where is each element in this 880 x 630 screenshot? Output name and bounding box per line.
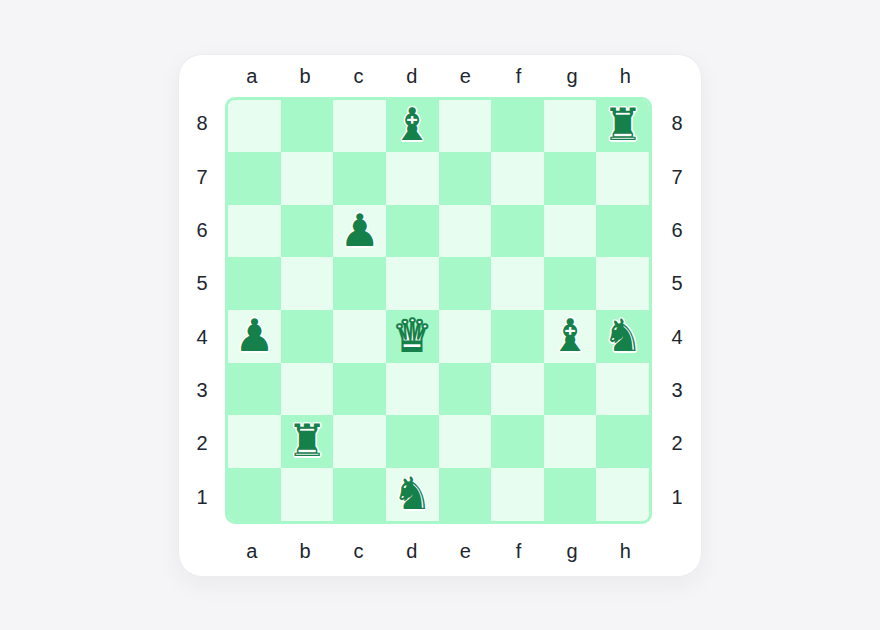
square-f1[interactable] bbox=[491, 468, 544, 521]
square-e5[interactable] bbox=[439, 257, 492, 310]
rank-label-6-right: 6 bbox=[652, 203, 702, 256]
square-f3[interactable] bbox=[491, 363, 544, 416]
square-f5[interactable] bbox=[491, 257, 544, 310]
rank-label-7-right: 7 bbox=[652, 150, 702, 203]
piece-black-bishop-g4[interactable]: ♝ bbox=[550, 313, 590, 358]
rank-label-3-right: 3 bbox=[652, 363, 702, 416]
rank-label-1-right: 1 bbox=[652, 470, 702, 523]
square-d7[interactable] bbox=[386, 152, 439, 205]
piece-black-rook-h8[interactable]: ♜ bbox=[603, 102, 643, 147]
file-label-h-top: h bbox=[599, 55, 652, 97]
square-h2[interactable] bbox=[596, 415, 649, 468]
square-h5[interactable] bbox=[596, 257, 649, 310]
piece-black-pawn-a4[interactable]: ♟ bbox=[234, 313, 274, 358]
piece-black-rook-b2[interactable]: ♜ bbox=[287, 418, 327, 463]
square-b5[interactable] bbox=[281, 257, 334, 310]
square-f2[interactable] bbox=[491, 415, 544, 468]
square-a1[interactable] bbox=[228, 468, 281, 521]
square-a6[interactable] bbox=[228, 205, 281, 258]
file-label-g-bottom: g bbox=[545, 524, 598, 578]
rank-label-4-left: 4 bbox=[179, 310, 225, 363]
square-a3[interactable] bbox=[228, 363, 281, 416]
square-g5[interactable] bbox=[544, 257, 597, 310]
square-d1[interactable]: ♞ bbox=[386, 468, 439, 521]
square-f7[interactable] bbox=[491, 152, 544, 205]
square-b3[interactable] bbox=[281, 363, 334, 416]
rank-label-8-right: 8 bbox=[652, 97, 702, 150]
chess-board-card: abcdefgh 87654321 ♝♜♟♟♛♝♞♜♞ 87654321 abc… bbox=[178, 54, 702, 577]
square-d5[interactable] bbox=[386, 257, 439, 310]
square-h4[interactable]: ♞ bbox=[596, 310, 649, 363]
square-e6[interactable] bbox=[439, 205, 492, 258]
square-h7[interactable] bbox=[596, 152, 649, 205]
square-e2[interactable] bbox=[439, 415, 492, 468]
rank-label-1-left: 1 bbox=[179, 470, 225, 523]
square-e3[interactable] bbox=[439, 363, 492, 416]
file-label-f-top: f bbox=[492, 55, 545, 97]
square-g3[interactable] bbox=[544, 363, 597, 416]
square-a4[interactable]: ♟ bbox=[228, 310, 281, 363]
piece-black-pawn-c6[interactable]: ♟ bbox=[339, 208, 379, 253]
square-d8[interactable]: ♝ bbox=[386, 100, 439, 153]
file-labels-top: abcdefgh bbox=[225, 55, 652, 97]
piece-black-knight-h4[interactable]: ♞ bbox=[603, 313, 643, 358]
rank-label-7-left: 7 bbox=[179, 150, 225, 203]
rank-label-5-left: 5 bbox=[179, 257, 225, 310]
square-e8[interactable] bbox=[439, 100, 492, 153]
square-b1[interactable] bbox=[281, 468, 334, 521]
square-b6[interactable] bbox=[281, 205, 334, 258]
piece-white-queen-d4[interactable]: ♛ bbox=[392, 313, 432, 358]
square-b7[interactable] bbox=[281, 152, 334, 205]
square-g4[interactable]: ♝ bbox=[544, 310, 597, 363]
square-d6[interactable] bbox=[386, 205, 439, 258]
square-c1[interactable] bbox=[333, 468, 386, 521]
file-label-e-bottom: e bbox=[439, 524, 492, 578]
rank-label-3-left: 3 bbox=[179, 363, 225, 416]
square-c4[interactable] bbox=[333, 310, 386, 363]
file-labels-bottom: abcdefgh bbox=[225, 524, 652, 578]
rank-label-2-left: 2 bbox=[179, 417, 225, 470]
square-h6[interactable] bbox=[596, 205, 649, 258]
rank-label-6-left: 6 bbox=[179, 203, 225, 256]
file-label-a-top: a bbox=[225, 55, 278, 97]
rank-labels-right: 87654321 bbox=[652, 97, 702, 524]
file-label-f-bottom: f bbox=[492, 524, 545, 578]
square-b8[interactable] bbox=[281, 100, 334, 153]
square-c8[interactable] bbox=[333, 100, 386, 153]
rank-label-8-left: 8 bbox=[179, 97, 225, 150]
square-g1[interactable] bbox=[544, 468, 597, 521]
rank-label-4-right: 4 bbox=[652, 310, 702, 363]
rank-labels-left: 87654321 bbox=[179, 97, 225, 524]
square-a8[interactable] bbox=[228, 100, 281, 153]
square-b2[interactable]: ♜ bbox=[281, 415, 334, 468]
square-h1[interactable] bbox=[596, 468, 649, 521]
square-e7[interactable] bbox=[439, 152, 492, 205]
piece-black-bishop-d8[interactable]: ♝ bbox=[392, 102, 432, 147]
file-label-e-top: e bbox=[439, 55, 492, 97]
file-label-d-top: d bbox=[385, 55, 438, 97]
square-a7[interactable] bbox=[228, 152, 281, 205]
square-d2[interactable] bbox=[386, 415, 439, 468]
rank-label-5-right: 5 bbox=[652, 257, 702, 310]
square-g8[interactable] bbox=[544, 100, 597, 153]
square-d3[interactable] bbox=[386, 363, 439, 416]
square-c5[interactable] bbox=[333, 257, 386, 310]
square-h8[interactable]: ♜ bbox=[596, 100, 649, 153]
chess-board: ♝♜♟♟♛♝♞♜♞ bbox=[225, 97, 652, 524]
file-label-b-bottom: b bbox=[278, 524, 331, 578]
square-c6[interactable]: ♟ bbox=[333, 205, 386, 258]
square-g6[interactable] bbox=[544, 205, 597, 258]
file-label-g-top: g bbox=[545, 55, 598, 97]
square-b4[interactable] bbox=[281, 310, 334, 363]
file-label-h-bottom: h bbox=[599, 524, 652, 578]
square-g7[interactable] bbox=[544, 152, 597, 205]
rank-label-2-right: 2 bbox=[652, 417, 702, 470]
file-label-c-top: c bbox=[332, 55, 385, 97]
piece-black-knight-d1[interactable]: ♞ bbox=[392, 471, 432, 516]
square-c2[interactable] bbox=[333, 415, 386, 468]
square-a5[interactable] bbox=[228, 257, 281, 310]
square-g2[interactable] bbox=[544, 415, 597, 468]
square-h3[interactable] bbox=[596, 363, 649, 416]
square-a2[interactable] bbox=[228, 415, 281, 468]
file-label-b-top: b bbox=[278, 55, 331, 97]
square-e1[interactable] bbox=[439, 468, 492, 521]
square-d4[interactable]: ♛ bbox=[386, 310, 439, 363]
file-label-a-bottom: a bbox=[225, 524, 278, 578]
file-label-c-bottom: c bbox=[332, 524, 385, 578]
square-c7[interactable] bbox=[333, 152, 386, 205]
square-f4[interactable] bbox=[491, 310, 544, 363]
square-e4[interactable] bbox=[439, 310, 492, 363]
file-label-d-bottom: d bbox=[385, 524, 438, 578]
square-f6[interactable] bbox=[491, 205, 544, 258]
square-f8[interactable] bbox=[491, 100, 544, 153]
square-c3[interactable] bbox=[333, 363, 386, 416]
